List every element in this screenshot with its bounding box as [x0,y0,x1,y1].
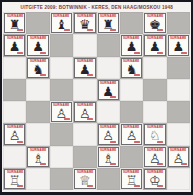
sheet-header: UITGIFTE 2009: BOTWINNIK - KERES, DEN HA… [3,2,190,12]
square-d6: SURINAME♟ [73,57,96,79]
stamp-denomination [17,29,23,31]
stamp-sheet: UITGIFTE 2009: BOTWINNIK - KERES, DEN HA… [0,0,193,195]
square-f2 [120,146,143,168]
square-a4 [3,101,26,123]
sheet-title: UITGIFTE 2009: BOTWINNIK - KERES, DEN HA… [20,4,172,10]
stamp-country-label: SURINAME [147,126,163,128]
sheet-inner: UITGIFTE 2009: BOTWINNIK - KERES, DEN HA… [2,2,191,192]
square-a7: SURINAME♟ [3,34,26,56]
stamp-country-label: SURINAME [6,15,22,17]
stamp-denomination [87,29,93,31]
square-c7 [50,34,73,56]
square-d3 [73,123,96,145]
square-g2: SURINAME♙ [143,146,166,168]
stamp-b6: SURINAME♞ [27,58,48,78]
square-h8 [167,12,190,34]
stamp-denomination [64,118,70,120]
stamp-denomination [134,52,140,54]
square-e5: SURINAME♟ [97,79,120,101]
stamp-country-label: SURINAME [147,37,163,39]
square-a1: SURINAME♖ [3,168,26,190]
stamp-d1: SURINAME♕ [74,169,95,189]
stamp-denomination [157,185,163,187]
square-e4 [97,101,120,123]
square-f8 [120,12,143,34]
square-h3 [167,123,190,145]
stamp-country-label: SURINAME [100,126,116,128]
square-b2: SURINAME♗ [26,146,49,168]
stamp-a3: SURINAME♙ [4,124,25,144]
stamp-f1: SURINAME♖ [121,169,142,189]
square-c8: SURINAME♝ [50,12,73,34]
stamp-g7: SURINAME♟ [144,35,165,55]
square-h4 [167,101,190,123]
square-b8 [26,12,49,34]
stamp-denomination [157,52,163,54]
square-g1: SURINAME♔ [143,168,166,190]
square-e3: SURINAME♙ [97,123,120,145]
square-b6: SURINAME♞ [26,57,49,79]
stamp-country-label: SURINAME [123,126,139,128]
stamp-d4: SURINAME♙ [74,102,95,122]
stamp-country-label: SURINAME [170,37,186,39]
stamp-denomination [157,163,163,165]
stamp-country-label: SURINAME [6,171,22,173]
square-g4 [143,101,166,123]
stamp-country-label: SURINAME [53,15,69,17]
stamp-country-label: SURINAME [53,104,69,106]
square-h5 [167,79,190,101]
stamp-g3: SURINAME♘ [144,124,165,144]
stamp-c8: SURINAME♝ [51,13,72,33]
stamp-country-label: SURINAME [147,171,163,173]
stamp-denomination [181,163,187,165]
stamp-denomination [110,163,116,165]
stamp-country-label: SURINAME [30,60,46,62]
square-e2: SURINAME♗ [97,146,120,168]
stamp-country-label: SURINAME [6,37,22,39]
stamp-denomination [40,52,46,54]
square-d2 [73,146,96,168]
stamp-denomination [87,185,93,187]
square-d5 [73,79,96,101]
square-g6 [143,57,166,79]
stamp-country-label: SURINAME [123,37,139,39]
square-c1 [50,168,73,190]
stamp-denomination [110,141,116,143]
stamp-d8: SURINAME♛ [74,13,95,33]
square-c5 [50,79,73,101]
square-e7 [97,34,120,56]
stamp-denomination [134,141,140,143]
stamp-denomination [134,74,140,76]
stamp-f3: SURINAME♙ [121,124,142,144]
square-h6 [167,57,190,79]
square-d8: SURINAME♛ [73,12,96,34]
square-a8: SURINAME♜ [3,12,26,34]
stamp-country-label: SURINAME [147,15,163,17]
square-f5 [120,79,143,101]
square-f4 [120,101,143,123]
stamp-g2: SURINAME♙ [144,147,165,167]
square-f7: SURINAME♟ [120,34,143,56]
square-b4 [26,101,49,123]
stamp-country-label: SURINAME [123,60,139,62]
stamp-country-label: SURINAME [30,149,46,151]
square-b5 [26,79,49,101]
square-e8: SURINAME♜ [97,12,120,34]
stamp-country-label: SURINAME [123,171,139,173]
square-e1 [97,168,120,190]
stamp-country-label: SURINAME [100,15,116,17]
square-a2 [3,146,26,168]
square-b3 [26,123,49,145]
stamp-b2: SURINAME♗ [27,147,48,167]
square-b1 [26,168,49,190]
square-b7: SURINAME♟ [26,34,49,56]
stamp-c4: SURINAME♙ [51,102,72,122]
stamp-f6: SURINAME♞ [121,58,142,78]
stamp-country-label: SURINAME [6,126,22,128]
stamp-h2: SURINAME♙ [168,147,189,167]
stamp-denomination [17,185,23,187]
stamp-denomination [87,74,93,76]
stamp-country-label: SURINAME [77,171,93,173]
stamp-denomination [134,185,140,187]
stamp-country-label: SURINAME [147,149,163,151]
stamp-g1: SURINAME♔ [144,169,165,189]
stamp-e2: SURINAME♗ [98,147,119,167]
stamp-country-label: SURINAME [77,60,93,62]
square-g7: SURINAME♟ [143,34,166,56]
stamp-denomination [157,141,163,143]
square-a3: SURINAME♙ [3,123,26,145]
stamp-a1: SURINAME♖ [4,169,25,189]
square-e6 [97,57,120,79]
stamp-country-label: SURINAME [30,37,46,39]
square-f3: SURINAME♙ [120,123,143,145]
stamp-country-label: SURINAME [77,104,93,106]
stamp-b7: SURINAME♟ [27,35,48,55]
square-h1 [167,168,190,190]
square-d1: SURINAME♕ [73,168,96,190]
stamp-g8: SURINAME♚ [144,13,165,33]
square-g8: SURINAME♚ [143,12,166,34]
stamp-country-label: SURINAME [170,149,186,151]
square-c2 [50,146,73,168]
square-f6: SURINAME♞ [120,57,143,79]
square-g3: SURINAME♘ [143,123,166,145]
stamp-denomination [110,96,116,98]
square-d7 [73,34,96,56]
square-f1: SURINAME♖ [120,168,143,190]
stamp-d6: SURINAME♟ [74,58,95,78]
stamp-denomination [40,74,46,76]
stamp-country-label: SURINAME [100,149,116,151]
stamp-denomination [110,29,116,31]
stamp-e8: SURINAME♜ [98,13,119,33]
square-a5 [3,79,26,101]
square-h2: SURINAME♙ [167,146,190,168]
board: SURINAME♜SURINAME♝SURINAME♛SURINAME♜SURI… [3,12,190,190]
square-a6 [3,57,26,79]
stamp-f7: SURINAME♟ [121,35,142,55]
stamp-denomination [40,163,46,165]
square-d4: SURINAME♙ [73,101,96,123]
stamp-denomination [181,52,187,54]
square-c6 [50,57,73,79]
square-g5 [143,79,166,101]
stamp-e3: SURINAME♙ [98,124,119,144]
stamp-country-label: SURINAME [100,82,116,84]
stamp-a8: SURINAME♜ [4,13,25,33]
stamp-denomination [17,141,23,143]
square-c3 [50,123,73,145]
stamp-denomination [64,29,70,31]
stamp-denomination [87,118,93,120]
stamp-h7: SURINAME♟ [168,35,189,55]
stamp-e5: SURINAME♟ [98,80,119,100]
square-c4: SURINAME♙ [50,101,73,123]
stamp-denomination [157,29,163,31]
stamp-a7: SURINAME♟ [4,35,25,55]
stamp-denomination [17,52,23,54]
square-h7: SURINAME♟ [167,34,190,56]
stamp-country-label: SURINAME [77,15,93,17]
